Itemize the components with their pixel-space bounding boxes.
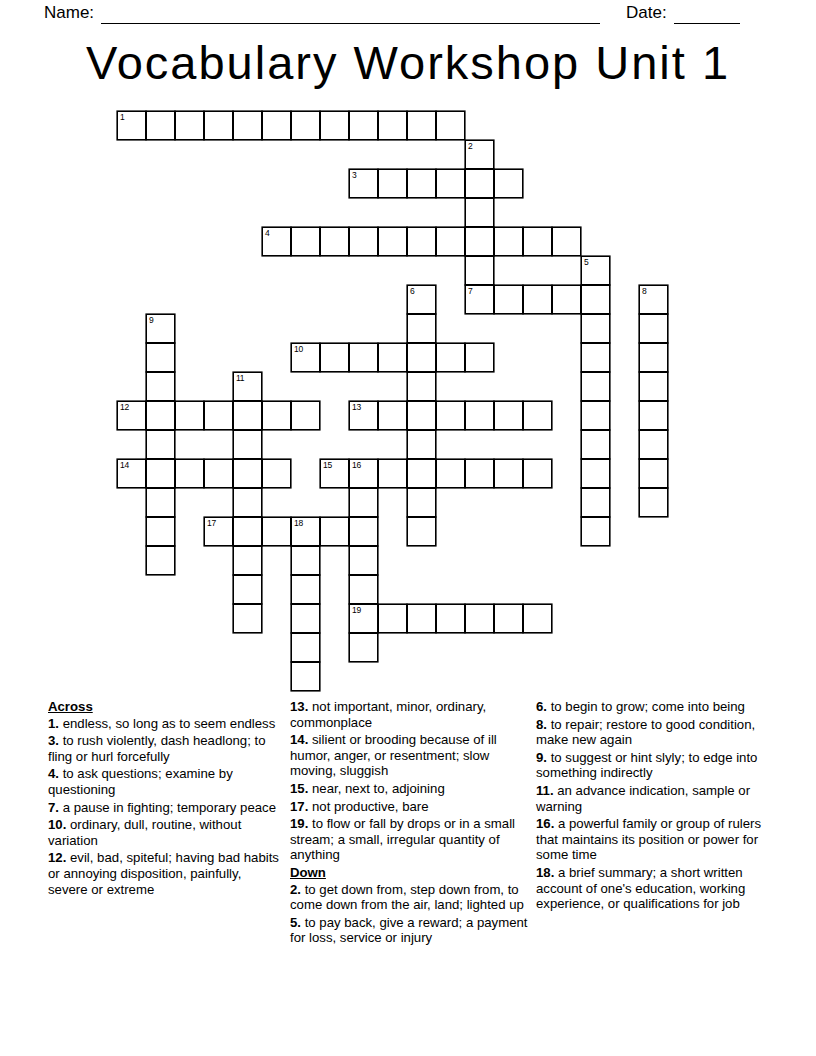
grid-cell-r7c16[interactable] — [581, 314, 610, 343]
clue-19: 19. to flow or fall by drops or in a sma… — [290, 816, 536, 863]
clue-9: 9. to suggest or hint slyly; to edge int… — [536, 750, 776, 781]
clue-2: 2. to get down from, step down from, to … — [290, 882, 536, 913]
clue-18: 18. a brief summary; a short written acc… — [536, 865, 776, 912]
grid-cell-r17c11[interactable] — [436, 604, 465, 633]
grid-cell-r12c8[interactable]: 16 — [349, 459, 378, 488]
grid-cell-r13c4[interactable] — [233, 488, 262, 517]
grid-cell-r10c3[interactable] — [204, 401, 233, 430]
clue-8-number: 8. — [536, 717, 547, 732]
clue-number-19: 19 — [352, 605, 361, 615]
clue-number-3: 3 — [352, 170, 356, 180]
grid-cell-r4c6[interactable] — [291, 227, 320, 256]
grid-cell-r4c5[interactable]: 4 — [262, 227, 291, 256]
crossword-grid: 12734568910111213141516191718 — [117, 111, 668, 691]
clue-number-10: 10 — [294, 344, 303, 354]
grid-cell-r6c10[interactable]: 6 — [407, 285, 436, 314]
grid-cell-r12c18[interactable] — [639, 459, 668, 488]
grid-cell-r17c9[interactable] — [378, 604, 407, 633]
grid-cell-r4c15[interactable] — [552, 227, 581, 256]
grid-cell-r4c13[interactable] — [494, 227, 523, 256]
grid-cell-r17c13[interactable] — [494, 604, 523, 633]
date-label: Date: — [626, 4, 667, 22]
grid-cell-r10c10[interactable] — [407, 401, 436, 430]
clue-10-number: 10. — [48, 817, 66, 832]
grid-cell-r10c13[interactable] — [494, 401, 523, 430]
clue-number-16: 16 — [352, 460, 361, 470]
clue-number-17: 17 — [207, 518, 216, 528]
grid-cell-r12c14[interactable] — [523, 459, 552, 488]
grid-cell-r14c5[interactable] — [262, 517, 291, 546]
grid-cell-r16c8[interactable] — [349, 575, 378, 604]
grid-cell-r6c14[interactable] — [523, 285, 552, 314]
grid-cell-r12c12[interactable] — [465, 459, 494, 488]
clue-1-number: 1. — [48, 716, 59, 731]
grid-cell-r10c5[interactable] — [262, 401, 291, 430]
grid-cell-r10c2[interactable] — [175, 401, 204, 430]
grid-cell-r4c7[interactable] — [320, 227, 349, 256]
grid-cell-r0c8[interactable] — [349, 111, 378, 140]
clue-list-header-across: Across — [48, 699, 284, 715]
grid-cell-r11c4[interactable] — [233, 430, 262, 459]
grid-cell-r9c4[interactable]: 11 — [233, 372, 262, 401]
grid-cell-r19c6[interactable] — [291, 662, 320, 691]
grid-cell-r17c4[interactable] — [233, 604, 262, 633]
grid-cell-r12c5[interactable] — [262, 459, 291, 488]
grid-cell-r12c16[interactable] — [581, 459, 610, 488]
clue-1: 1. endless, so long as to seem endless — [48, 716, 284, 732]
grid-cell-r13c16[interactable] — [581, 488, 610, 517]
grid-cell-r11c1[interactable] — [146, 430, 175, 459]
grid-cell-r13c10[interactable] — [407, 488, 436, 517]
clue-15: 15. near, next to, adjoining — [290, 781, 536, 797]
clue-16-number: 16. — [536, 816, 554, 831]
clue-6-number: 6. — [536, 699, 547, 714]
grid-cell-r17c14[interactable] — [523, 604, 552, 633]
grid-cell-r10c8[interactable]: 13 — [349, 401, 378, 430]
grid-cell-r9c1[interactable] — [146, 372, 175, 401]
grid-cell-r4c8[interactable] — [349, 227, 378, 256]
grid-cell-r10c9[interactable] — [378, 401, 407, 430]
page-title: Vocabulary Workshop Unit 1 — [0, 36, 816, 90]
clue-10: 10. ordinary, dull, routine, without var… — [48, 817, 284, 848]
clue-15-number: 15. — [290, 781, 308, 796]
clue-number-4: 4 — [265, 228, 269, 238]
grid-cell-r6c18[interactable]: 8 — [639, 285, 668, 314]
grid-cell-r0c1[interactable] — [146, 111, 175, 140]
grid-cell-r12c3[interactable] — [204, 459, 233, 488]
grid-cell-r4c10[interactable] — [407, 227, 436, 256]
grid-cell-r9c10[interactable] — [407, 372, 436, 401]
clue-number-12: 12 — [120, 402, 129, 412]
grid-cell-r8c9[interactable] — [378, 343, 407, 372]
clue-16: 16. a powerful family or group of rulers… — [536, 816, 776, 863]
grid-cell-r14c16[interactable] — [581, 517, 610, 546]
grid-cell-r12c0[interactable]: 14 — [117, 459, 146, 488]
grid-cell-r8c18[interactable] — [639, 343, 668, 372]
grid-cell-r16c4[interactable] — [233, 575, 262, 604]
clue-list-header-down: Down — [290, 865, 536, 881]
clue-11-number: 11. — [536, 783, 554, 798]
grid-cell-r2c12[interactable] — [465, 169, 494, 198]
grid-cell-r10c0[interactable]: 12 — [117, 401, 146, 430]
clue-3: 3. to rush violently, dash headlong; to … — [48, 733, 284, 764]
clue-6: 6. to begin to grow; come into being — [536, 699, 776, 715]
clue-number-2: 2 — [468, 141, 472, 151]
grid-cell-r15c6[interactable] — [291, 546, 320, 575]
grid-cell-r18c6[interactable] — [291, 633, 320, 662]
clue-17: 17. not productive, bare — [290, 799, 536, 815]
clue-5-number: 5. — [290, 915, 301, 930]
grid-cell-r12c13[interactable] — [494, 459, 523, 488]
grid-cell-r14c8[interactable] — [349, 517, 378, 546]
clue-12-number: 12. — [48, 850, 66, 865]
clue-number-11: 11 — [236, 373, 244, 383]
grid-cell-r13c8[interactable] — [349, 488, 378, 517]
clue-number-7: 7 — [468, 286, 472, 296]
grid-cell-r10c11[interactable] — [436, 401, 465, 430]
clue-7-number: 7. — [48, 800, 59, 815]
grid-cell-r8c10[interactable] — [407, 343, 436, 372]
grid-cell-r18c8[interactable] — [349, 633, 378, 662]
grid-cell-r8c12[interactable] — [465, 343, 494, 372]
grid-cell-r2c13[interactable] — [494, 169, 523, 198]
grid-cell-r8c11[interactable] — [436, 343, 465, 372]
grid-cell-r16c6[interactable] — [291, 575, 320, 604]
grid-cell-r11c16[interactable] — [581, 430, 610, 459]
clue-17-number: 17. — [290, 799, 308, 814]
clue-7: 7. a pause in fighting; temporary peace — [48, 800, 284, 816]
grid-cell-r2c10[interactable] — [407, 169, 436, 198]
grid-cell-r7c1[interactable]: 9 — [146, 314, 175, 343]
grid-cell-r2c9[interactable] — [378, 169, 407, 198]
clue-number-6: 6 — [410, 286, 414, 296]
grid-cell-r10c16[interactable] — [581, 401, 610, 430]
grid-cell-r9c16[interactable] — [581, 372, 610, 401]
grid-cell-r9c18[interactable] — [639, 372, 668, 401]
clue-column-down: 6. to begin to grow; come into being8. t… — [536, 699, 776, 914]
grid-cell-r5c16[interactable]: 5 — [581, 256, 610, 285]
clue-12: 12. evil, bad, spiteful; having bad habi… — [48, 850, 284, 897]
clue-8: 8. to repair; restore to good condition,… — [536, 717, 776, 748]
grid-cell-r4c12[interactable] — [465, 227, 494, 256]
clue-number-18: 18 — [294, 518, 303, 528]
grid-cell-r11c10[interactable] — [407, 430, 436, 459]
clue-4: 4. to ask questions; examine by question… — [48, 766, 284, 797]
grid-cell-r10c1[interactable] — [146, 401, 175, 430]
grid-cell-r10c14[interactable] — [523, 401, 552, 430]
grid-cell-r14c10[interactable] — [407, 517, 436, 546]
grid-cell-r4c14[interactable] — [523, 227, 552, 256]
grid-cell-r17c6[interactable] — [291, 604, 320, 633]
grid-cell-r14c1[interactable] — [146, 517, 175, 546]
grid-cell-r15c8[interactable] — [349, 546, 378, 575]
grid-cell-r0c11[interactable] — [436, 111, 465, 140]
clue-number-15: 15 — [323, 460, 332, 470]
grid-cell-r0c0[interactable]: 1 — [117, 111, 146, 140]
grid-cell-r12c4[interactable] — [233, 459, 262, 488]
clue-19-number: 19. — [290, 816, 308, 831]
clue-number-5: 5 — [584, 257, 588, 267]
grid-cell-r6c13[interactable] — [494, 285, 523, 314]
clue-column-across: Across1. endless, so long as to seem end… — [48, 699, 284, 899]
grid-cell-r0c5[interactable] — [262, 111, 291, 140]
clue-13: 13. not important, minor, ordinary, comm… — [290, 699, 536, 730]
clue-14-number: 14. — [290, 732, 308, 747]
grid-cell-r11c18[interactable] — [639, 430, 668, 459]
clue-14: 14. silient or brooding because of ill h… — [290, 732, 536, 779]
clue-18-number: 18. — [536, 865, 554, 880]
clue-3-number: 3. — [48, 733, 59, 748]
grid-cell-r0c6[interactable] — [291, 111, 320, 140]
grid-cell-r15c1[interactable] — [146, 546, 175, 575]
grid-cell-r14c3[interactable]: 17 — [204, 517, 233, 546]
date-fill-line[interactable] — [674, 8, 740, 24]
grid-cell-r6c15[interactable] — [552, 285, 581, 314]
clue-number-8: 8 — [642, 286, 646, 296]
grid-cell-r12c7[interactable]: 15 — [320, 459, 349, 488]
grid-cell-r12c9[interactable] — [378, 459, 407, 488]
grid-cell-r13c1[interactable] — [146, 488, 175, 517]
grid-cell-r17c10[interactable] — [407, 604, 436, 633]
grid-cell-r4c9[interactable] — [378, 227, 407, 256]
grid-cell-r0c10[interactable] — [407, 111, 436, 140]
clue-number-1: 1 — [120, 112, 124, 122]
grid-cell-r2c8[interactable]: 3 — [349, 169, 378, 198]
grid-cell-r14c4[interactable] — [233, 517, 262, 546]
clue-13-number: 13. — [290, 699, 308, 714]
crossword-worksheet-page: { "header": { "name_label": "Name:", "da… — [0, 0, 816, 1056]
grid-cell-r8c16[interactable] — [581, 343, 610, 372]
grid-cell-r1c12[interactable]: 2 — [465, 140, 494, 169]
grid-cell-r0c4[interactable] — [233, 111, 262, 140]
grid-cell-r12c2[interactable] — [175, 459, 204, 488]
grid-cell-r8c8[interactable] — [349, 343, 378, 372]
clue-4-number: 4. — [48, 766, 59, 781]
clue-number-13: 13 — [352, 402, 361, 412]
grid-cell-r15c4[interactable] — [233, 546, 262, 575]
grid-cell-r0c9[interactable] — [378, 111, 407, 140]
grid-cell-r0c7[interactable] — [320, 111, 349, 140]
grid-cell-r7c18[interactable] — [639, 314, 668, 343]
name-fill-line[interactable] — [101, 8, 600, 24]
grid-cell-r6c16[interactable] — [581, 285, 610, 314]
grid-cell-r10c12[interactable] — [465, 401, 494, 430]
grid-cell-r3c12[interactable] — [465, 198, 494, 227]
grid-cell-r10c6[interactable] — [291, 401, 320, 430]
grid-cell-r2c11[interactable] — [436, 169, 465, 198]
grid-cell-r14c6[interactable]: 18 — [291, 517, 320, 546]
clue-number-9: 9 — [149, 315, 153, 325]
grid-cell-r10c4[interactable] — [233, 401, 262, 430]
clue-11: 11. an advance indication, sample or war… — [536, 783, 776, 814]
name-label: Name: — [44, 4, 94, 22]
clue-2-number: 2. — [290, 882, 301, 897]
grid-cell-r12c1[interactable] — [146, 459, 175, 488]
clue-9-number: 9. — [536, 750, 547, 765]
grid-cell-r17c12[interactable] — [465, 604, 494, 633]
grid-cell-r14c7[interactable] — [320, 517, 349, 546]
grid-cell-r12c10[interactable] — [407, 459, 436, 488]
grid-cell-r4c11[interactable] — [436, 227, 465, 256]
grid-cell-r8c7[interactable] — [320, 343, 349, 372]
clue-column-middle: 13. not important, minor, ordinary, comm… — [290, 699, 536, 948]
clue-number-14: 14 — [120, 460, 129, 470]
grid-cell-r10c18[interactable] — [639, 401, 668, 430]
grid-cell-r5c12[interactable] — [465, 256, 494, 285]
grid-cell-r6c12[interactable]: 7 — [465, 285, 494, 314]
grid-cell-r12c11[interactable] — [436, 459, 465, 488]
grid-cell-r0c3[interactable] — [204, 111, 233, 140]
grid-cell-r8c1[interactable] — [146, 343, 175, 372]
clue-5: 5. to pay back, give a reward; a payment… — [290, 915, 536, 946]
grid-cell-r13c18[interactable] — [639, 488, 668, 517]
grid-cell-r8c6[interactable]: 10 — [291, 343, 320, 372]
grid-cell-r7c10[interactable] — [407, 314, 436, 343]
grid-cell-r17c8[interactable]: 19 — [349, 604, 378, 633]
grid-cell-r0c2[interactable] — [175, 111, 204, 140]
